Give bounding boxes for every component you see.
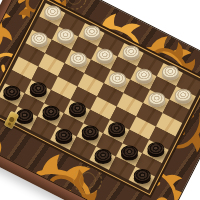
dark-checker[interactable] — [94, 149, 111, 164]
checker-top — [83, 25, 100, 38]
board-inlay-frame — [0, 0, 200, 195]
white-checker[interactable] — [69, 52, 86, 67]
photo-stage — [0, 0, 200, 200]
white-checker[interactable] — [174, 89, 191, 104]
dark-checker[interactable] — [147, 142, 164, 157]
checker-top — [108, 122, 125, 135]
checker-top — [3, 85, 20, 98]
checker-top — [161, 65, 178, 78]
dark-checker[interactable] — [69, 102, 86, 117]
dark-checker[interactable] — [133, 169, 150, 184]
checker-top — [174, 89, 191, 102]
dark-checker[interactable] — [29, 82, 46, 97]
white-checker[interactable] — [122, 45, 139, 60]
checker-top — [148, 92, 165, 105]
checker-top — [57, 29, 74, 42]
checker-top — [122, 45, 139, 58]
dark-checker[interactable] — [55, 129, 72, 144]
white-checker[interactable] — [30, 32, 47, 47]
checker-top — [147, 142, 164, 155]
checker-top — [69, 52, 86, 65]
dark-checker[interactable] — [3, 85, 20, 100]
white-checker[interactable] — [109, 72, 126, 87]
checker-top — [42, 105, 59, 118]
game-case — [0, 0, 200, 200]
checker-top — [55, 129, 72, 142]
white-checker[interactable] — [161, 65, 178, 80]
white-checker[interactable] — [135, 69, 152, 84]
case-top-face — [0, 0, 200, 200]
checker-top — [94, 149, 111, 162]
checker-top — [44, 5, 61, 18]
white-checker[interactable] — [83, 25, 100, 40]
white-checker[interactable] — [96, 49, 113, 64]
checker-top — [121, 145, 138, 158]
checker-top — [29, 82, 46, 95]
white-checker[interactable] — [57, 29, 74, 44]
checker-top — [69, 102, 86, 115]
white-checker[interactable] — [148, 92, 165, 107]
checker-top — [109, 72, 126, 85]
dark-checker[interactable] — [42, 105, 59, 120]
dark-checker[interactable] — [121, 145, 138, 160]
checker-top — [30, 32, 47, 45]
checker-top — [135, 69, 152, 82]
checker-top — [96, 49, 113, 62]
dark-checker[interactable] — [108, 122, 125, 137]
checker-top — [133, 169, 150, 182]
checkers-board — [0, 3, 200, 190]
acanthus-flourish-icon — [103, 193, 177, 200]
dark-checker[interactable] — [81, 125, 98, 140]
checker-top — [81, 125, 98, 138]
white-checker[interactable] — [44, 5, 61, 20]
